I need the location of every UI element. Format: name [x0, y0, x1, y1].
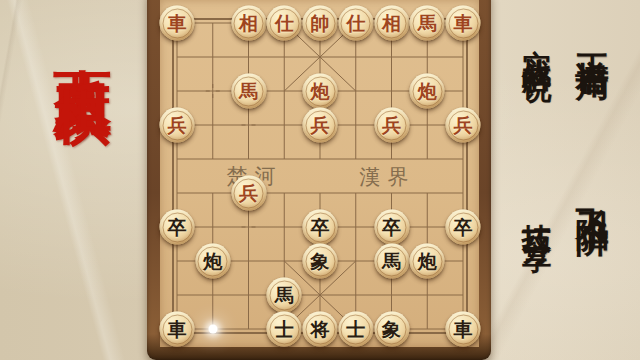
red-piece-兵[interactable]: 兵 [231, 176, 266, 211]
black-piece-象[interactable]: 象 [374, 312, 409, 347]
red-piece-仕[interactable]: 仕 [338, 6, 373, 41]
red-piece-帥[interactable]: 帥 [303, 6, 338, 41]
black-piece-卒[interactable]: 卒 [160, 210, 195, 245]
screenshot-root: 大西瓜象棋 楚河 漢界 車相仕帥仕相馬車馬炮炮兵兵兵兵兵卒卒卒卒炮象馬炮馬車士将… [0, 0, 640, 360]
caption-zhengpu-buju: 正谱布局 [576, 28, 609, 48]
black-piece-象[interactable]: 象 [303, 244, 338, 279]
caption-shizhan-jieshuo: 实战解说 [522, 26, 551, 58]
caption-feidao-xianjing: 飞刀陷阱 [576, 182, 609, 202]
xiangqi-board[interactable]: 楚河 漢界 車相仕帥仕相馬車馬炮炮兵兵兵兵兵卒卒卒卒炮象馬炮馬車士将士象車 [160, 0, 479, 347]
black-piece-将[interactable]: 将 [303, 312, 338, 347]
red-piece-兵[interactable]: 兵 [160, 108, 195, 143]
black-piece-士[interactable]: 士 [267, 312, 302, 347]
red-piece-馬[interactable]: 馬 [410, 6, 445, 41]
black-piece-車[interactable]: 車 [446, 312, 481, 347]
black-piece-士[interactable]: 士 [338, 312, 373, 347]
red-piece-仕[interactable]: 仕 [267, 6, 302, 41]
red-piece-兵[interactable]: 兵 [303, 108, 338, 143]
channel-title-calligraphy: 大西瓜象棋 [54, 22, 112, 47]
black-piece-炮[interactable]: 炮 [410, 244, 445, 279]
red-piece-車[interactable]: 車 [446, 6, 481, 41]
black-piece-車[interactable]: 車 [160, 312, 195, 347]
red-piece-炮[interactable]: 炮 [410, 74, 445, 109]
caption-jiqiao-fenxiang: 技巧分享 [522, 200, 551, 224]
black-piece-卒[interactable]: 卒 [446, 210, 481, 245]
red-piece-相[interactable]: 相 [374, 6, 409, 41]
red-piece-兵[interactable]: 兵 [374, 108, 409, 143]
red-piece-相[interactable]: 相 [231, 6, 266, 41]
red-piece-兵[interactable]: 兵 [446, 108, 481, 143]
black-piece-馬[interactable]: 馬 [267, 278, 302, 313]
black-piece-馬[interactable]: 馬 [374, 244, 409, 279]
red-piece-馬[interactable]: 馬 [231, 74, 266, 109]
board-grid [160, 0, 479, 347]
red-piece-車[interactable]: 車 [160, 6, 195, 41]
river-label-right: 漢界 [353, 163, 416, 191]
black-piece-卒[interactable]: 卒 [303, 210, 338, 245]
black-piece-炮[interactable]: 炮 [195, 244, 230, 279]
red-piece-炮[interactable]: 炮 [303, 74, 338, 109]
move-origin-highlight [208, 325, 217, 334]
black-piece-卒[interactable]: 卒 [374, 210, 409, 245]
